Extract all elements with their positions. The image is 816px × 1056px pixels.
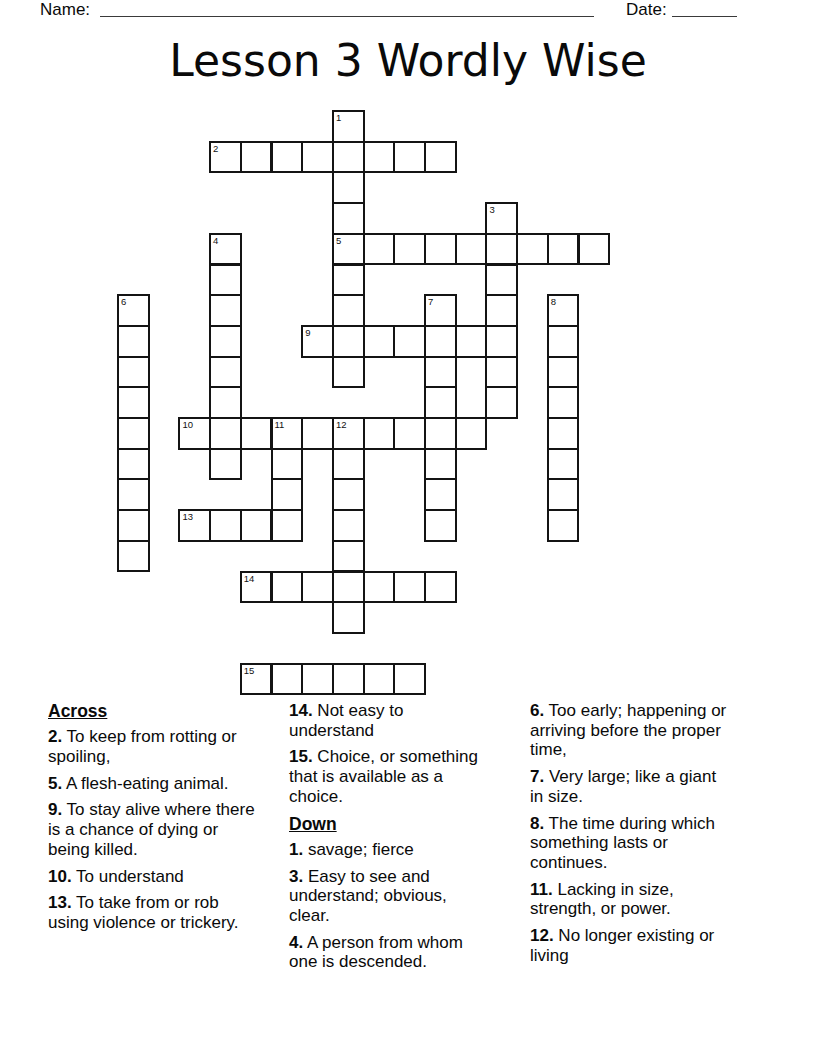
grid-cell[interactable]: [209, 356, 242, 389]
clue-number: 3.: [289, 867, 303, 886]
cell-number: 10: [182, 419, 193, 430]
date-label: Date:: [626, 1, 667, 19]
grid-cell[interactable]: 15: [240, 663, 273, 696]
grid-cell[interactable]: [424, 478, 457, 511]
clue-number: 2.: [48, 727, 62, 746]
grid-cell[interactable]: [271, 141, 304, 174]
grid-cell[interactable]: [117, 509, 150, 542]
page-title: Lesson 3 Wordly Wise: [0, 36, 816, 86]
clue-12: 12. No longer existing or living: [530, 926, 728, 965]
grid-cell[interactable]: [117, 325, 150, 358]
grid-cell[interactable]: [485, 356, 518, 389]
grid-cell[interactable]: 7: [424, 294, 457, 327]
grid-cell[interactable]: [332, 171, 365, 204]
clue-4: 4. A person from whom one is descended.: [289, 933, 492, 972]
grid-cell[interactable]: [332, 663, 365, 696]
grid-cell[interactable]: [117, 417, 150, 450]
grid-cell[interactable]: [547, 325, 580, 358]
clue-number: 7.: [530, 767, 544, 786]
date-input-line[interactable]: [672, 1, 737, 17]
grid-cell[interactable]: [332, 571, 365, 604]
clue-number: 5.: [48, 774, 62, 793]
cell-number: 12: [336, 419, 347, 430]
clue-5: 5. A flesh-eating animal.: [48, 774, 256, 794]
worksheet-page: Name: Date: Lesson 3 Wordly Wise 1234567…: [0, 0, 816, 1056]
clue-number: 4.: [289, 933, 303, 952]
clue-number: 1.: [289, 840, 303, 859]
clue-9: 9. To stay alive where there is a chance…: [48, 800, 256, 859]
grid-cell[interactable]: [332, 509, 365, 542]
grid-cell[interactable]: [547, 417, 580, 450]
grid-cell[interactable]: [332, 601, 365, 634]
grid-cell[interactable]: [547, 356, 580, 389]
grid-cell[interactable]: [332, 448, 365, 481]
name-input-line[interactable]: [100, 1, 594, 17]
grid-cell[interactable]: [485, 264, 518, 297]
grid-cell[interactable]: [332, 325, 365, 358]
grid-cell[interactable]: [209, 325, 242, 358]
grid-cell[interactable]: 14: [240, 571, 273, 604]
grid-cell[interactable]: [271, 478, 304, 511]
cell-number: 4: [213, 235, 218, 246]
cell-number: 8: [551, 296, 556, 307]
grid-cell[interactable]: [240, 141, 273, 174]
grid-cell[interactable]: [209, 417, 242, 450]
grid-cell[interactable]: 11: [271, 417, 304, 450]
cell-number: 1: [336, 112, 341, 123]
grid-cell[interactable]: 5: [332, 233, 365, 266]
grid-cell[interactable]: 9: [301, 325, 334, 358]
clue-number: 9.: [48, 800, 62, 819]
grid-cell[interactable]: [455, 325, 488, 358]
clue-number: 10.: [48, 867, 72, 886]
cell-number: 6: [121, 296, 126, 307]
clue-13: 13. To take from or rob using violence o…: [48, 893, 256, 932]
grid-cell[interactable]: 1: [332, 110, 365, 143]
name-label: Name:: [40, 1, 90, 19]
grid-cell[interactable]: [117, 356, 150, 389]
grid-cell[interactable]: [578, 233, 611, 266]
grid-cell[interactable]: [424, 386, 457, 419]
cell-number: 5: [336, 235, 341, 246]
grid-cell[interactable]: [209, 264, 242, 297]
grid-cell[interactable]: [547, 509, 580, 542]
grid-cell[interactable]: [485, 325, 518, 358]
grid-cell[interactable]: 3: [485, 202, 518, 235]
grid-cell[interactable]: [271, 663, 304, 696]
cell-number: 7: [428, 296, 433, 307]
grid-cell[interactable]: [393, 325, 426, 358]
clue-7: 7. Very large; like a giant in size.: [530, 767, 728, 806]
grid-cell[interactable]: 2: [209, 141, 242, 174]
grid-cell[interactable]: [424, 356, 457, 389]
grid-cell[interactable]: [393, 141, 426, 174]
grid-cell[interactable]: [301, 417, 334, 450]
clue-1: 1. savage; fierce: [289, 840, 492, 860]
clue-number: 6.: [530, 701, 544, 720]
grid-cell[interactable]: [271, 571, 304, 604]
grid-cell[interactable]: [363, 417, 396, 450]
clue-8: 8. The time during which something lasts…: [530, 814, 728, 873]
grid-cell[interactable]: [209, 509, 242, 542]
grid-cell[interactable]: [240, 417, 273, 450]
grid-cell[interactable]: [393, 233, 426, 266]
grid-cell[interactable]: [363, 571, 396, 604]
grid-cell[interactable]: [332, 540, 365, 573]
grid-cell[interactable]: [363, 663, 396, 696]
cell-number: 2: [213, 143, 218, 154]
grid-cell[interactable]: [547, 386, 580, 419]
grid-cell[interactable]: [547, 448, 580, 481]
grid-cell[interactable]: [271, 448, 304, 481]
cell-number: 11: [275, 419, 285, 430]
grid-cell[interactable]: [209, 448, 242, 481]
grid-cell[interactable]: [209, 386, 242, 419]
grid-cell[interactable]: [332, 356, 365, 389]
grid-cell[interactable]: [393, 571, 426, 604]
grid-cell[interactable]: [363, 325, 396, 358]
cell-number: 14: [244, 573, 255, 584]
grid-cell[interactable]: [424, 417, 457, 450]
clue-column-2: 14. Not easy to understand15. Choice, or…: [289, 701, 492, 979]
grid-cell[interactable]: 10: [178, 417, 211, 450]
cell-number: 15: [244, 665, 255, 676]
grid-cell[interactable]: [424, 325, 457, 358]
grid-cell[interactable]: [271, 509, 304, 542]
clue-number: 8.: [530, 814, 544, 833]
grid-cell[interactable]: [485, 386, 518, 419]
clue-number: 14.: [289, 701, 313, 720]
clue-3: 3. Easy to see and understand; obvious, …: [289, 867, 492, 926]
grid-cell[interactable]: [547, 233, 580, 266]
clue-6: 6. Too early; happening or arriving befo…: [530, 701, 728, 760]
grid-cell[interactable]: [393, 417, 426, 450]
down-header: Down: [289, 814, 492, 834]
grid-cell[interactable]: [363, 141, 396, 174]
grid-cell[interactable]: [424, 448, 457, 481]
grid-cell[interactable]: [424, 571, 457, 604]
grid-cell[interactable]: [485, 233, 518, 266]
grid-cell[interactable]: 6: [117, 294, 150, 327]
grid-cell[interactable]: [301, 141, 334, 174]
grid-cell[interactable]: 13: [178, 509, 211, 542]
grid-cell[interactable]: [209, 294, 242, 327]
grid-cell[interactable]: 12: [332, 417, 365, 450]
clue-14: 14. Not easy to understand: [289, 701, 492, 740]
clue-number: 13.: [48, 893, 72, 912]
grid-cell[interactable]: 4: [209, 233, 242, 266]
grid-cell[interactable]: [332, 478, 365, 511]
grid-cell[interactable]: [393, 663, 426, 696]
grid-cell[interactable]: [485, 294, 518, 327]
grid-cell[interactable]: [301, 571, 334, 604]
grid-cell[interactable]: [516, 233, 549, 266]
clue-column-1: Across 2. To keep from rotting or spoili…: [48, 701, 256, 940]
grid-cell[interactable]: [363, 233, 396, 266]
grid-cell[interactable]: [117, 386, 150, 419]
clue-15: 15. Choice, or something that is availab…: [289, 747, 492, 806]
grid-cell[interactable]: [301, 663, 334, 696]
grid-cell[interactable]: [424, 509, 457, 542]
clue-column-3: 6. Too early; happening or arriving befo…: [530, 701, 728, 973]
grid-cell[interactable]: 8: [547, 294, 580, 327]
across-header: Across: [48, 701, 256, 721]
clue-10: 10. To understand: [48, 867, 256, 887]
grid-cell[interactable]: [332, 264, 365, 297]
grid-cell[interactable]: [547, 478, 580, 511]
grid-cell[interactable]: [332, 202, 365, 235]
cell-number: 3: [489, 204, 494, 215]
grid-cell[interactable]: [117, 448, 150, 481]
grid-cell[interactable]: [117, 540, 150, 573]
cell-number: 9: [305, 327, 310, 338]
clue-number: 12.: [530, 926, 554, 945]
grid-cell[interactable]: [117, 478, 150, 511]
grid-cell[interactable]: [424, 233, 457, 266]
clue-number: 11.: [530, 880, 553, 899]
grid-cell[interactable]: [332, 294, 365, 327]
cell-number: 13: [182, 511, 193, 522]
clue-11: 11. Lacking in size, strength, or power.: [530, 880, 728, 919]
grid-cell[interactable]: [424, 141, 457, 174]
clue-number: 15.: [289, 747, 313, 766]
grid-cell[interactable]: [455, 417, 488, 450]
grid-cell[interactable]: [455, 233, 488, 266]
grid-cell[interactable]: [240, 509, 273, 542]
clue-2: 2. To keep from rotting or spoiling,: [48, 727, 256, 766]
grid-cell[interactable]: [332, 141, 365, 174]
